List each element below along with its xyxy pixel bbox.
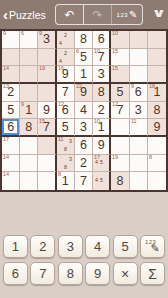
cell-r6c7[interactable] [111, 119, 129, 137]
cell-r3c5[interactable]: 1 [75, 66, 93, 84]
cell-r6c2[interactable]: 8 [20, 119, 38, 137]
cell-r6c4[interactable]: 5 [57, 119, 75, 137]
cell-digit: 6 [75, 137, 92, 154]
cell-r5c4[interactable]: 126 [57, 102, 75, 120]
pencil-icon: ✎ [129, 9, 137, 20]
cage-sum: 14 [3, 155, 9, 160]
pencil-mark-digit: 4 [95, 179, 98, 184]
cell-r9c8[interactable] [130, 172, 148, 190]
cage-sum: 19 [112, 155, 118, 160]
cell-digit: 3 [93, 66, 109, 82]
cell-r2c9[interactable] [148, 49, 166, 67]
undo-icon: ↶ [64, 8, 74, 22]
undo-button[interactable]: ↶ [56, 5, 84, 24]
cell-r4c8[interactable]: 96 [130, 84, 148, 102]
cell-r6c1[interactable]: 6 [2, 119, 20, 137]
pencil-mark-digit: 4 [95, 160, 98, 165]
keypad-pencil-button[interactable]: 123✎ [140, 235, 165, 258]
keypad-digit-3[interactable]: 3 [58, 235, 83, 258]
cell-r8c4[interactable]: 38 [57, 155, 75, 173]
cell-digit: 9 [38, 102, 54, 119]
cell-r3c7[interactable]: 15 [111, 66, 129, 84]
keypad-digit-6[interactable]: 6 [3, 262, 28, 285]
keypad-digit-7[interactable]: 7 [30, 262, 55, 285]
cell-r9c6[interactable]: 45 [93, 172, 111, 190]
cell-r4c4[interactable]: 7 [57, 84, 75, 102]
cage-sum: 17 [3, 137, 9, 142]
cell-digit: 6 [2, 119, 19, 135]
cell-r7c3[interactable] [38, 137, 56, 155]
cell-digit: 4 [75, 102, 92, 119]
pencil-marks: 24 [58, 32, 73, 47]
cell-r3c9[interactable] [148, 66, 166, 84]
cell-r2c8[interactable] [130, 49, 148, 67]
cell-digit: 8 [20, 119, 37, 135]
cell-r8c8[interactable] [130, 155, 148, 173]
cell-r8c7[interactable]: 19 [111, 155, 129, 173]
cell-digit: 5 [57, 119, 74, 135]
cell-r3c1[interactable]: 14 [2, 66, 20, 84]
cell-r6c3[interactable]: 157 [38, 119, 56, 137]
cell-r5c8[interactable]: 3 [130, 102, 148, 120]
cell-digit: 2 [2, 84, 19, 101]
cell-r7c8[interactable] [130, 137, 148, 155]
cell-digit: 7 [111, 102, 128, 119]
cell-r1c5[interactable]: 8 [75, 31, 93, 49]
back-label: Puzzles [9, 9, 46, 21]
pencil-mark-digit: 3 [69, 157, 72, 162]
cell-r1c7[interactable]: 10 [111, 31, 129, 49]
cell-r2c4[interactable]: 24 [57, 49, 75, 67]
cell-digit: 9 [148, 119, 166, 135]
cell-r1c6[interactable]: 6 [93, 31, 111, 49]
cell-r5c6[interactable]: 2 [93, 102, 111, 120]
collapse-chevron-button[interactable]: ∨ [152, 7, 167, 19]
cell-r9c3[interactable] [38, 172, 56, 190]
board: 9693248610246510715141916913151327229859… [0, 29, 168, 192]
cell-r8c5[interactable]: 2 [75, 155, 93, 173]
cell-r2c3[interactable] [38, 49, 56, 67]
cell-digit: 1 [93, 119, 109, 135]
cage-sum: 14 [3, 66, 9, 71]
keypad-row-1: 12345123✎ [3, 235, 165, 258]
cell-digit: 7 [93, 49, 109, 66]
cell-r7c9[interactable] [148, 137, 166, 155]
cell-digit: 7 [38, 119, 54, 135]
cell-r5c9[interactable]: 8 [148, 102, 166, 120]
cell-r1c3[interactable]: 93 [38, 31, 56, 49]
cell-r1c8[interactable] [130, 31, 148, 49]
cell-digit: 9 [93, 137, 109, 154]
pencil-marks: 45 [94, 173, 108, 189]
cell-digit: 6 [57, 102, 74, 119]
pencil-mode-button[interactable]: 123 ✎ [112, 5, 142, 24]
pencil-marks: 24 [58, 50, 73, 65]
cell-r7c7[interactable] [111, 137, 129, 155]
keypad-digit-4[interactable]: 4 [85, 235, 110, 258]
cell-r4c9[interactable]: 181 [148, 84, 166, 102]
cell-r1c1[interactable]: 9 [2, 31, 20, 49]
cell-digit: 6 [130, 84, 147, 101]
pencil-mark-digit: 5 [100, 179, 103, 184]
cell-r5c5[interactable]: 4 [75, 102, 93, 120]
cell-digit: 8 [93, 84, 109, 101]
cell-r9c4[interactable]: 81 [57, 172, 75, 190]
cell-r3c3[interactable]: 19 [38, 66, 56, 84]
cage-sum: 15 [112, 49, 118, 54]
keypad-digit-1[interactable]: 1 [3, 235, 28, 258]
cell-r2c2[interactable] [20, 49, 38, 67]
cell-digit: 2 [93, 102, 109, 119]
cell-r4c3[interactable] [38, 84, 56, 102]
cell-r8c6[interactable]: 1745 [93, 155, 111, 173]
cell-r4c6[interactable]: 8 [93, 84, 111, 102]
cell-r4c5[interactable]: 229 [75, 84, 93, 102]
cell-digit: 5 [2, 102, 19, 119]
pencil-mark-digit: 5 [100, 160, 103, 165]
keypad-digit-9[interactable]: 9 [85, 262, 110, 285]
cell-r1c4[interactable]: 24 [57, 31, 75, 49]
cell-r8c2[interactable] [20, 155, 38, 173]
cell-r3c8[interactable] [130, 66, 148, 84]
back-chevron-icon: ‹ [3, 7, 8, 22]
keypad-digit-8[interactable]: 8 [58, 262, 83, 285]
cage-sum: 10 [112, 31, 118, 36]
cell-digit: 9 [75, 84, 92, 101]
cell-r7c2[interactable] [20, 137, 38, 155]
cell-r9c2[interactable] [20, 172, 38, 190]
cell-r9c1[interactable]: 14 [2, 172, 20, 190]
pencil-123-label: 123 [117, 12, 129, 18]
cell-digit: 6 [93, 31, 109, 48]
cell-r9c5[interactable]: 7 [75, 172, 93, 190]
cell-r1c9[interactable] [148, 31, 166, 49]
keypad-clear-button[interactable]: × [113, 262, 138, 285]
cage-sum: 15 [112, 66, 118, 71]
cell-r4c7[interactable]: 5 [111, 84, 129, 102]
pencil-mark-digit: 2 [64, 33, 67, 38]
cell-r6c8[interactable]: 11 [130, 119, 148, 137]
top-bar: ‹ Puzzles ↶ ↷ 123 ✎ ∨ [0, 0, 168, 29]
cell-digit: 7 [75, 172, 92, 190]
cell-r9c7[interactable]: 8 [111, 172, 129, 190]
cell-r5c1[interactable]: 5 [2, 102, 20, 120]
cage-sum: 11 [131, 119, 137, 124]
redo-button[interactable]: ↷ [84, 5, 112, 24]
cell-digit: 2 [75, 155, 92, 172]
keypad-sum-button[interactable]: Σ [140, 262, 165, 285]
cage-sum: 9 [3, 31, 6, 36]
app-screen: ‹ Puzzles ↶ ↷ 123 ✎ ∨ 969324861024651071… [0, 0, 168, 298]
cage-sum: 6 [21, 31, 24, 36]
keypad-row-2: 6789×Σ [3, 262, 165, 285]
cell-r7c5[interactable]: 6 [75, 137, 93, 155]
cell-digit: 1 [148, 84, 166, 101]
cell-r5c3[interactable]: 9 [38, 102, 56, 120]
cell-r3c2[interactable] [20, 66, 38, 84]
cell-r5c2[interactable]: 91 [20, 102, 38, 120]
cell-r9c9[interactable] [148, 172, 166, 190]
cell-digit: 3 [38, 31, 54, 48]
cell-r3c4[interactable]: 169 [57, 66, 75, 84]
cell-digit: 5 [111, 84, 128, 101]
cell-r1c2[interactable]: 6 [20, 31, 38, 49]
cell-r8c1[interactable]: 14 [2, 155, 20, 173]
cage-sum: 19 [39, 66, 45, 71]
cage-sum: 14 [3, 172, 9, 177]
pencil-mark-digit: 4 [59, 59, 62, 64]
keypad-pencil-123-label: 123 [145, 239, 156, 245]
pencil-mark-digit: 4 [59, 41, 62, 46]
cell-r3c6[interactable]: 3 [93, 66, 111, 84]
cell-digit: 1 [20, 102, 37, 119]
pencil-mark-digit: 8 [64, 165, 67, 170]
pencil-mark-digit: 8 [64, 147, 67, 152]
redo-icon: ↷ [92, 8, 102, 22]
cell-digit: 8 [148, 102, 166, 119]
cell-r2c5[interactable]: 65 [75, 49, 93, 67]
cell-digit: 1 [75, 66, 92, 82]
cell-digit: 8 [111, 172, 128, 190]
toolbar-segmented-control: ↶ ↷ 123 ✎ [55, 4, 143, 25]
cell-r4c1[interactable]: 132 [2, 84, 20, 102]
pencil-marks: 38 [58, 156, 73, 171]
cell-digit: 5 [75, 49, 92, 66]
cell-digit: 3 [75, 119, 92, 135]
cell-r8c9[interactable]: 8 [148, 155, 166, 173]
cell-digit: 7 [57, 84, 74, 101]
cell-r2c6[interactable]: 107 [93, 49, 111, 67]
cell-r2c1[interactable] [2, 49, 20, 67]
pencil-marks: 45 [94, 156, 108, 171]
pencil-mark-digit: 2 [64, 51, 67, 56]
cell-digit: 8 [75, 31, 92, 48]
cell-r8c3[interactable] [38, 155, 56, 173]
pencil-mark-digit: 3 [69, 139, 72, 144]
cell-r4c2[interactable] [20, 84, 38, 102]
cell-r7c1[interactable]: 17 [2, 137, 20, 155]
keypad-digit-5[interactable]: 5 [113, 235, 138, 258]
cell-digit: 3 [130, 102, 147, 119]
cell-r6c5[interactable]: 3 [75, 119, 93, 137]
cell-digit: 1 [57, 172, 74, 190]
pencil-marks: 38 [58, 138, 73, 153]
cell-r7c4[interactable]: 1138 [57, 137, 75, 155]
cell-r6c6[interactable]: 101 [93, 119, 111, 137]
keypad-digit-2[interactable]: 2 [30, 235, 55, 258]
cell-r2c7[interactable]: 15 [111, 49, 129, 67]
cell-r5c7[interactable]: 127 [111, 102, 129, 120]
cage-sum: 8 [149, 155, 152, 160]
back-button[interactable]: ‹ Puzzles [3, 7, 46, 22]
cell-r6c9[interactable]: 9 [148, 119, 166, 137]
cell-digit: 9 [57, 66, 74, 82]
cell-r7c6[interactable]: 9 [93, 137, 111, 155]
